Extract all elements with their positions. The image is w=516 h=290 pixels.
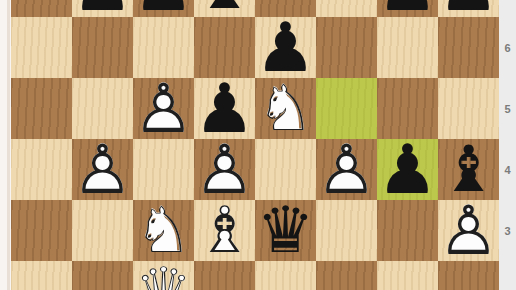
square-a2[interactable] [11, 261, 72, 290]
square-f7[interactable] [316, 0, 377, 17]
rank-labels-gutter: 6543 [499, 0, 516, 290]
square-g5[interactable] [377, 78, 438, 139]
square-b4[interactable]: ♟♙ [72, 139, 133, 200]
square-a6[interactable] [11, 17, 72, 78]
square-h4[interactable]: ♝ [438, 139, 499, 200]
board-clip-area: ♟♟♝♟♟♟♟♙♟♞♘♟♙♟♙♟♙♟♝♞♘♝♗♛♟♙♛♕ [11, 0, 499, 290]
page-margin-edge [7, 0, 10, 290]
piece-black-pawn-g4[interactable]: ♟ [377, 139, 438, 200]
piece-black-pawn-b7[interactable]: ♟ [72, 0, 133, 17]
piece-black-queen-e3[interactable]: ♛ [255, 200, 316, 261]
square-b7[interactable]: ♟ [72, 0, 133, 17]
square-d2[interactable] [194, 261, 255, 290]
square-f2[interactable] [316, 261, 377, 290]
square-h5[interactable] [438, 78, 499, 139]
square-g7[interactable]: ♟ [377, 0, 438, 17]
square-d3[interactable]: ♝♗ [194, 200, 255, 261]
rank-label-6: 6 [499, 41, 516, 55]
square-a5[interactable] [11, 78, 72, 139]
chess-board-viewport: ♟♟♝♟♟♟♟♙♟♞♘♟♙♟♙♟♙♟♝♞♘♝♗♛♟♙♛♕ 6543 [0, 0, 516, 290]
piece-black-pawn-c7[interactable]: ♟ [133, 0, 194, 17]
square-b3[interactable] [72, 200, 133, 261]
piece-white-pawn-f4[interactable]: ♟♙ [316, 139, 377, 200]
square-c4[interactable] [133, 139, 194, 200]
square-e6[interactable]: ♟ [255, 17, 316, 78]
square-c7[interactable]: ♟ [133, 0, 194, 17]
square-f4[interactable]: ♟♙ [316, 139, 377, 200]
piece-black-bishop-h4[interactable]: ♝ [438, 139, 499, 200]
square-e2[interactable] [255, 261, 316, 290]
piece-white-pawn-c5[interactable]: ♟♙ [133, 78, 194, 139]
piece-black-pawn-g7[interactable]: ♟ [377, 0, 438, 17]
square-e3[interactable]: ♛ [255, 200, 316, 261]
square-c2[interactable]: ♛♕ [133, 261, 194, 290]
piece-white-pawn-b4[interactable]: ♟♙ [72, 139, 133, 200]
square-b6[interactable] [72, 17, 133, 78]
square-c6[interactable] [133, 17, 194, 78]
square-a7[interactable] [11, 0, 72, 17]
square-h2[interactable] [438, 261, 499, 290]
square-h6[interactable] [438, 17, 499, 78]
square-a4[interactable] [11, 139, 72, 200]
piece-black-pawn-e6[interactable]: ♟ [255, 17, 316, 78]
piece-black-pawn-d5[interactable]: ♟ [194, 78, 255, 139]
square-g3[interactable] [377, 200, 438, 261]
square-h7[interactable]: ♟ [438, 0, 499, 17]
square-d7[interactable]: ♝ [194, 0, 255, 17]
piece-white-knight-e5[interactable]: ♞♘ [255, 78, 316, 139]
piece-white-pawn-d4[interactable]: ♟♙ [194, 139, 255, 200]
square-c5[interactable]: ♟♙ [133, 78, 194, 139]
piece-white-knight-c3[interactable]: ♞♘ [133, 200, 194, 261]
piece-white-pawn-h3[interactable]: ♟♙ [438, 200, 499, 261]
piece-black-bishop-d7[interactable]: ♝ [194, 0, 255, 17]
rank-label-3: 3 [499, 224, 516, 238]
square-b2[interactable] [72, 261, 133, 290]
square-f5[interactable] [316, 78, 377, 139]
square-e5[interactable]: ♞♘ [255, 78, 316, 139]
square-c3[interactable]: ♞♘ [133, 200, 194, 261]
piece-white-queen-c2[interactable]: ♛♕ [133, 261, 194, 290]
chess-board: ♟♟♝♟♟♟♟♙♟♞♘♟♙♟♙♟♙♟♝♞♘♝♗♛♟♙♛♕ [11, 0, 499, 290]
square-g4[interactable]: ♟ [377, 139, 438, 200]
square-d6[interactable] [194, 17, 255, 78]
square-h3[interactable]: ♟♙ [438, 200, 499, 261]
square-g2[interactable] [377, 261, 438, 290]
square-e7[interactable] [255, 0, 316, 17]
square-e4[interactable] [255, 139, 316, 200]
square-b5[interactable] [72, 78, 133, 139]
square-d5[interactable]: ♟ [194, 78, 255, 139]
rank-label-5: 5 [499, 102, 516, 116]
square-d4[interactable]: ♟♙ [194, 139, 255, 200]
square-g6[interactable] [377, 17, 438, 78]
piece-black-pawn-h7[interactable]: ♟ [438, 0, 499, 17]
square-a3[interactable] [11, 200, 72, 261]
square-f3[interactable] [316, 200, 377, 261]
piece-white-bishop-d3[interactable]: ♝♗ [194, 200, 255, 261]
rank-label-4: 4 [499, 163, 516, 177]
square-f6[interactable] [316, 17, 377, 78]
